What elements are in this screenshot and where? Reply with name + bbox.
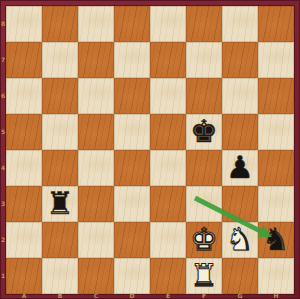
- square-h8[interactable]: [258, 6, 294, 42]
- square-g2[interactable]: ♞: [222, 222, 258, 258]
- square-h6[interactable]: [258, 78, 294, 114]
- square-b5[interactable]: [42, 114, 78, 150]
- black-knight[interactable]: ♞: [258, 222, 294, 258]
- square-h4[interactable]: [258, 150, 294, 186]
- square-h7[interactable]: [258, 42, 294, 78]
- square-g3[interactable]: [222, 186, 258, 222]
- square-e3[interactable]: [150, 186, 186, 222]
- square-g4[interactable]: ♟: [222, 150, 258, 186]
- square-g7[interactable]: [222, 42, 258, 78]
- square-e4[interactable]: [150, 150, 186, 186]
- square-c2[interactable]: [78, 222, 114, 258]
- square-a6[interactable]: [6, 78, 42, 114]
- square-g1[interactable]: [222, 258, 258, 294]
- square-h2[interactable]: ♞: [258, 222, 294, 258]
- square-a5[interactable]: [6, 114, 42, 150]
- square-e8[interactable]: [150, 6, 186, 42]
- square-b8[interactable]: [42, 6, 78, 42]
- rank-label-3: 3: [0, 201, 6, 207]
- chessboard-frame: ♚♟♜♚♞♞♜ 87654321 ABCDEFGH: [0, 0, 300, 299]
- square-b2[interactable]: [42, 222, 78, 258]
- square-f7[interactable]: [186, 42, 222, 78]
- square-f8[interactable]: [186, 6, 222, 42]
- square-f4[interactable]: [186, 150, 222, 186]
- board: ♚♟♜♚♞♞♜: [6, 6, 294, 294]
- rank-label-8: 8: [0, 21, 6, 27]
- file-label-G: G: [222, 293, 258, 299]
- white-rook[interactable]: ♜: [186, 258, 222, 294]
- rank-label-1: 1: [0, 273, 6, 279]
- square-c4[interactable]: [78, 150, 114, 186]
- file-label-H: H: [258, 293, 294, 299]
- white-knight[interactable]: ♞: [222, 222, 258, 258]
- square-d5[interactable]: [114, 114, 150, 150]
- square-c5[interactable]: [78, 114, 114, 150]
- square-h5[interactable]: [258, 114, 294, 150]
- square-c6[interactable]: [78, 78, 114, 114]
- file-label-F: F: [186, 293, 222, 299]
- square-d3[interactable]: [114, 186, 150, 222]
- square-h1[interactable]: [258, 258, 294, 294]
- square-f6[interactable]: [186, 78, 222, 114]
- square-c7[interactable]: [78, 42, 114, 78]
- rank-label-4: 4: [0, 165, 6, 171]
- square-c1[interactable]: [78, 258, 114, 294]
- square-e5[interactable]: [150, 114, 186, 150]
- square-d6[interactable]: [114, 78, 150, 114]
- square-f3[interactable]: [186, 186, 222, 222]
- square-f1[interactable]: ♜: [186, 258, 222, 294]
- square-d7[interactable]: [114, 42, 150, 78]
- square-d2[interactable]: [114, 222, 150, 258]
- square-f5[interactable]: ♚: [186, 114, 222, 150]
- square-g6[interactable]: [222, 78, 258, 114]
- square-d1[interactable]: [114, 258, 150, 294]
- square-e1[interactable]: [150, 258, 186, 294]
- file-label-A: A: [6, 293, 42, 299]
- square-e2[interactable]: [150, 222, 186, 258]
- file-label-B: B: [42, 293, 78, 299]
- square-g5[interactable]: [222, 114, 258, 150]
- square-b7[interactable]: [42, 42, 78, 78]
- square-b3[interactable]: ♜: [42, 186, 78, 222]
- square-b1[interactable]: [42, 258, 78, 294]
- square-d8[interactable]: [114, 6, 150, 42]
- square-b6[interactable]: [42, 78, 78, 114]
- rank-label-7: 7: [0, 57, 6, 63]
- rank-label-2: 2: [0, 237, 6, 243]
- black-rook[interactable]: ♜: [42, 186, 78, 222]
- black-pawn[interactable]: ♟: [222, 150, 258, 186]
- file-label-E: E: [150, 293, 186, 299]
- square-a8[interactable]: [6, 6, 42, 42]
- square-a7[interactable]: [6, 42, 42, 78]
- square-c3[interactable]: [78, 186, 114, 222]
- square-a4[interactable]: [6, 150, 42, 186]
- square-h3[interactable]: [258, 186, 294, 222]
- white-king[interactable]: ♚: [186, 222, 222, 258]
- square-c8[interactable]: [78, 6, 114, 42]
- rank-label-6: 6: [0, 93, 6, 99]
- file-label-C: C: [78, 293, 114, 299]
- square-f2[interactable]: ♚: [186, 222, 222, 258]
- square-b4[interactable]: [42, 150, 78, 186]
- file-label-D: D: [114, 293, 150, 299]
- square-e6[interactable]: [150, 78, 186, 114]
- square-a2[interactable]: [6, 222, 42, 258]
- square-d4[interactable]: [114, 150, 150, 186]
- square-a1[interactable]: [6, 258, 42, 294]
- square-e7[interactable]: [150, 42, 186, 78]
- black-king[interactable]: ♚: [186, 114, 222, 150]
- square-g8[interactable]: [222, 6, 258, 42]
- rank-label-5: 5: [0, 129, 6, 135]
- square-a3[interactable]: [6, 186, 42, 222]
